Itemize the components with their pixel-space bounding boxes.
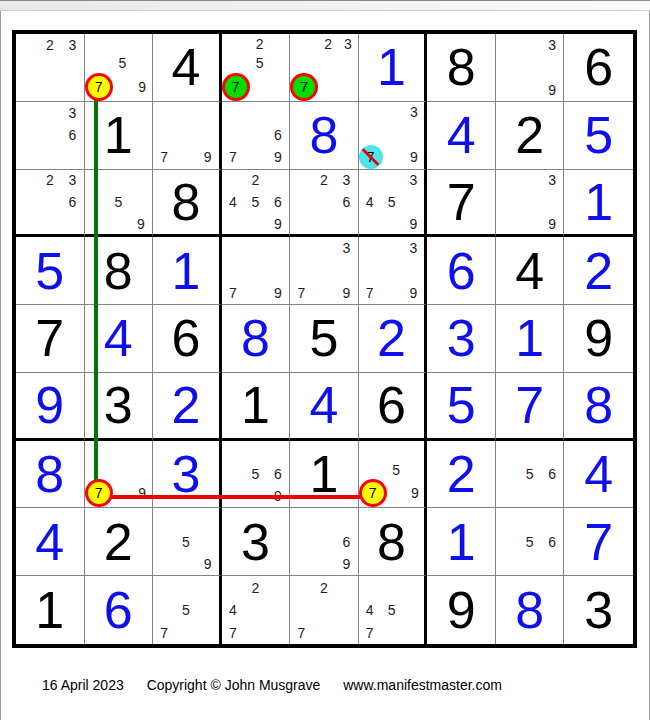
pencil-mark-7: 7 (290, 282, 313, 304)
pencil-mark-9: 9 (404, 145, 425, 169)
cell-value-given: 1 (104, 109, 133, 161)
pencil-grid: 59 (153, 508, 219, 575)
pencil-grid: 36 (16, 102, 84, 169)
cell-r2c7[interactable]: 4 (427, 102, 496, 170)
pencil-mark-9: 9 (197, 553, 219, 575)
pencil-grid: 237 (290, 34, 358, 101)
pencil-grid: 597 (85, 34, 153, 101)
cell-value-solved: 1 (377, 41, 406, 93)
cell-r6c1[interactable]: 9 (16, 373, 85, 441)
pencil-mark-5: 5 (244, 191, 267, 213)
cell-r4c8[interactable]: 4 (496, 237, 565, 305)
pencil-grid: 379 (359, 237, 425, 304)
cell-value-given: 6 (171, 312, 200, 364)
cell-value-given: 2 (515, 109, 544, 161)
pencil-mark-5: 5 (518, 531, 541, 553)
cell-r4c3[interactable]: 1 (153, 237, 222, 305)
cell-r7c8[interactable]: 56 (496, 441, 565, 509)
cell-r4c5[interactable]: 379 (290, 237, 359, 305)
cell-value-given: 1 (310, 448, 339, 500)
pencil-mark-3: 3 (402, 237, 424, 259)
pencil-grid: 56 (496, 508, 564, 575)
pencil-mark-2: 2 (39, 34, 62, 56)
pencil-mark-5: 5 (244, 463, 267, 485)
footer-copyright: Copyright © John Musgrave (147, 677, 321, 693)
cell-r1c4[interactable]: 257 (222, 34, 291, 102)
cell-r1c8[interactable]: 39 (496, 34, 565, 102)
pencil-mark-6: 6 (335, 531, 358, 553)
pencil-grid: 57 (153, 576, 219, 644)
pencil-mark-9: 9 (132, 479, 152, 507)
elimination-strike-icon (362, 148, 380, 166)
cell-r3c8[interactable]: 39 (496, 170, 565, 238)
cell-value-solved: 9 (35, 379, 64, 431)
cell-value-solved: 6 (104, 584, 133, 636)
cell-value-solved: 5 (447, 379, 476, 431)
cell-value-solved: 1 (171, 245, 200, 297)
eliminated-candidate-circle: 7 (359, 145, 383, 169)
pencil-mark-6: 6 (61, 191, 84, 213)
cell-value-solved: 5 (35, 245, 64, 297)
cell-value-solved: 7 (584, 516, 613, 568)
cell-value-given: 8 (447, 41, 476, 93)
pencil-mark-7: 7 (222, 282, 245, 304)
pencil-mark-9: 9 (130, 213, 153, 235)
pencil-mark-5: 5 (387, 460, 406, 479)
window-top-strip (0, 0, 650, 11)
cell-r7c6[interactable]: 597 (359, 441, 428, 509)
cell-r3c6[interactable]: 3459 (359, 170, 428, 238)
pencil-grid: 79 (153, 102, 219, 169)
cell-r8c1[interactable]: 4 (16, 508, 85, 576)
cell-r9c8[interactable]: 8 (496, 576, 565, 644)
cell-r9c6[interactable]: 457 (359, 576, 428, 644)
pencil-mark-9: 9 (267, 146, 290, 168)
cell-value-given: 1 (241, 379, 270, 431)
cell-r1c2[interactable]: 597 (85, 34, 154, 102)
pencil-grid: 236 (290, 170, 358, 235)
pencil-grid: 247 (222, 576, 290, 644)
cell-value-solved: 1 (447, 516, 476, 568)
cell-r4c4[interactable]: 79 (222, 237, 291, 305)
pencil-mark-6: 6 (335, 191, 358, 213)
cell-r8c5[interactable]: 69 (290, 508, 359, 576)
cell-value-solved: 8 (35, 448, 64, 500)
pencil-mark-6: 6 (61, 124, 84, 146)
cell-value-solved: 8 (584, 379, 613, 431)
footer-website-link[interactable]: www.manifestmaster.com (343, 677, 502, 693)
cell-r2c3[interactable]: 79 (153, 102, 222, 170)
pencil-grid: 379 (290, 237, 358, 304)
pencil-grid: 79 (222, 237, 290, 304)
cell-r9c4[interactable]: 247 (222, 576, 291, 644)
pencil-grid: 27 (290, 576, 358, 644)
cell-r6c9[interactable]: 8 (564, 373, 633, 441)
cell-r9c1[interactable]: 1 (16, 576, 85, 644)
cell-value-given: 3 (584, 584, 613, 636)
pencil-mark-3: 3 (335, 170, 358, 192)
cell-r5c6[interactable]: 2 (359, 305, 428, 373)
pencil-grid: 236 (16, 170, 84, 235)
cell-r2c6[interactable]: 397 (359, 102, 428, 170)
pencil-mark-7: 7 (153, 146, 175, 168)
chain-link-red-line (96, 495, 370, 499)
pencil-mark-6: 6 (267, 191, 290, 213)
pencil-mark-3: 3 (61, 102, 84, 124)
pencil-grid: 457 (359, 576, 425, 644)
pencil-mark-7: 7 (290, 621, 313, 644)
pencil-mark-2: 2 (244, 576, 267, 599)
pencil-mark-5: 5 (113, 53, 133, 72)
cell-value-solved: 4 (310, 379, 339, 431)
pencil-mark-4: 4 (222, 191, 245, 213)
pencil-mark-4: 4 (359, 191, 381, 213)
cell-r2c8[interactable]: 2 (496, 102, 565, 170)
cell-value-solved: 2 (447, 448, 476, 500)
cell-value-solved: 2 (171, 379, 200, 431)
pencil-mark-5: 5 (175, 599, 197, 622)
pencil-mark-3: 3 (61, 34, 84, 56)
cell-value-given: 9 (447, 584, 476, 636)
cell-r5c3[interactable]: 6 (153, 305, 222, 373)
cell-value-given: 3 (104, 379, 133, 431)
cell-r1c9[interactable]: 6 (564, 34, 633, 102)
cell-r4c7[interactable]: 6 (427, 237, 496, 305)
pencil-mark-5: 5 (175, 531, 197, 553)
pencil-grid: 679 (222, 102, 290, 169)
cell-value-given: 2 (104, 516, 133, 568)
pencil-grid: 257 (222, 34, 290, 101)
cell-r6c7[interactable]: 5 (427, 373, 496, 441)
cell-r6c5[interactable]: 4 (290, 373, 359, 441)
cell-value-solved: 4 (447, 109, 476, 161)
cell-value-given: 8 (377, 516, 406, 568)
cell-value-given: 6 (584, 41, 613, 93)
pencil-grid: 39 (496, 34, 564, 101)
cell-value-solved: 8 (310, 109, 339, 161)
cell-r8c8[interactable]: 56 (496, 508, 565, 576)
pencil-grid: 23 (16, 34, 84, 101)
cell-r8c9[interactable]: 7 (564, 508, 633, 576)
pencil-mark-9: 9 (335, 282, 358, 304)
cell-r8c3[interactable]: 59 (153, 508, 222, 576)
cell-value-solved: 1 (584, 176, 613, 228)
cell-r5c5[interactable]: 5 (290, 305, 359, 373)
cell-value-given: 1 (35, 584, 64, 636)
cell-r1c1[interactable]: 23 (16, 34, 85, 102)
cell-r6c6[interactable]: 6 (359, 373, 428, 441)
green-candidate-circle: 7 (290, 73, 318, 101)
pencil-mark-7: 7 (359, 282, 381, 304)
cell-value-given: 9 (584, 312, 613, 364)
cell-value-solved: 3 (447, 312, 476, 364)
cell-value-solved: 6 (447, 245, 476, 297)
pencil-mark-7: 7 (222, 146, 245, 168)
cell-value-given: 7 (447, 176, 476, 228)
cell-value-solved: 2 (377, 312, 406, 364)
cell-r8c7[interactable]: 1 (427, 508, 496, 576)
cell-r8c6[interactable]: 8 (359, 508, 428, 576)
sudoku-board: 2359742572371839636179679839742523659824… (12, 30, 637, 648)
cell-r8c2[interactable]: 2 (85, 508, 154, 576)
pencil-mark-3: 3 (404, 102, 425, 123)
pencil-mark-7: 7 (153, 621, 175, 644)
pencil-mark-3: 3 (335, 237, 358, 259)
footer-date: 16 April 2023 (42, 677, 124, 693)
cell-value-solved: 4 (104, 312, 133, 364)
cell-r9c7[interactable]: 9 (427, 576, 496, 644)
pencil-mark-9: 9 (406, 479, 425, 507)
cell-r2c4[interactable]: 679 (222, 102, 291, 170)
cell-value-solved: 2 (584, 245, 613, 297)
footer: 16 April 2023 Copyright © John Musgrave … (42, 677, 521, 693)
pencil-grid: 39 (496, 170, 564, 235)
cell-r5c8[interactable]: 1 (496, 305, 565, 373)
cell-value-given: 3 (241, 516, 270, 568)
cell-r3c7[interactable]: 7 (427, 170, 496, 238)
pencil-mark-6: 6 (267, 463, 290, 485)
cell-value-given: 7 (35, 312, 64, 364)
pencil-mark-6: 6 (267, 124, 290, 146)
pencil-mark-9: 9 (541, 213, 564, 235)
pencil-mark-9: 9 (197, 146, 219, 168)
cell-value-solved: 3 (171, 448, 200, 500)
cell-r6c8[interactable]: 7 (496, 373, 565, 441)
pencil-mark-3: 3 (338, 34, 358, 53)
pencil-mark-3: 3 (402, 170, 424, 192)
cell-r1c3[interactable]: 4 (153, 34, 222, 102)
pencil-mark-5: 5 (518, 463, 541, 485)
pencil-grid: 69 (290, 508, 358, 575)
cell-r9c9[interactable]: 3 (564, 576, 633, 644)
pencil-mark-5: 5 (381, 191, 403, 213)
cell-value-solved: 4 (584, 448, 613, 500)
cell-r4c6[interactable]: 379 (359, 237, 428, 305)
cell-r7c9[interactable]: 4 (564, 441, 633, 509)
cell-r9c2[interactable]: 6 (85, 576, 154, 644)
pencil-grid: 597 (359, 441, 425, 508)
cell-r3c4[interactable]: 24569 (222, 170, 291, 238)
cell-r6c4[interactable]: 1 (222, 373, 291, 441)
pencil-mark-9: 9 (267, 213, 290, 235)
cell-r5c7[interactable]: 3 (427, 305, 496, 373)
cell-value-solved: 7 (515, 379, 544, 431)
pencil-grid: 3459 (359, 170, 425, 235)
pencil-mark-9: 9 (402, 282, 424, 304)
cell-r7c7[interactable]: 2 (427, 441, 496, 509)
chain-link-green-line (94, 90, 98, 497)
pencil-mark-2: 2 (250, 34, 270, 53)
cell-r8c4[interactable]: 3 (222, 508, 291, 576)
cell-r3c5[interactable]: 236 (290, 170, 359, 238)
pencil-mark-9: 9 (132, 73, 152, 101)
cell-value-solved: 5 (584, 109, 613, 161)
cell-value-solved: 8 (515, 584, 544, 636)
pencil-mark-9: 9 (402, 213, 424, 235)
cell-r5c9[interactable]: 9 (564, 305, 633, 373)
pencil-mark-5: 5 (107, 191, 130, 213)
cell-r5c1[interactable]: 7 (16, 305, 85, 373)
yellow-candidate-circle: 7 (85, 479, 113, 507)
cell-r3c3[interactable]: 8 (153, 170, 222, 238)
cell-value-given: 5 (310, 312, 339, 364)
pencil-mark-3: 3 (541, 34, 564, 56)
pencil-mark-3: 3 (541, 170, 564, 192)
cell-r2c1[interactable]: 36 (16, 102, 85, 170)
pencil-mark-7: 7 (359, 621, 381, 644)
pencil-grid: 397 (359, 102, 425, 169)
pencil-grid: 56 (496, 441, 564, 508)
cell-r4c9[interactable]: 2 (564, 237, 633, 305)
yellow-candidate-circle: 7 (85, 73, 113, 101)
cell-value-given: 6 (377, 379, 406, 431)
pencil-mark-9: 9 (335, 553, 358, 575)
pencil-mark-9: 9 (541, 79, 564, 101)
cell-r1c5[interactable]: 237 (290, 34, 359, 102)
cell-value-given: 8 (104, 245, 133, 297)
cell-r9c3[interactable]: 57 (153, 576, 222, 644)
cell-r5c4[interactable]: 8 (222, 305, 291, 373)
cell-value-solved: 4 (35, 516, 64, 568)
cell-r2c9[interactable]: 5 (564, 102, 633, 170)
pencil-mark-3: 3 (61, 170, 84, 192)
pencil-grid: 24569 (222, 170, 290, 235)
cell-r2c5[interactable]: 8 (290, 102, 359, 170)
yellow-candidate-circle: 7 (359, 479, 387, 507)
pencil-mark-6: 6 (541, 531, 564, 553)
cell-r9c5[interactable]: 27 (290, 576, 359, 644)
green-candidate-circle: 7 (222, 73, 250, 101)
pencil-mark-7: 7 (222, 621, 245, 644)
cell-r7c1[interactable]: 8 (16, 441, 85, 509)
pencil-mark-2: 2 (244, 170, 267, 192)
cell-r6c3[interactable]: 2 (153, 373, 222, 441)
pencil-mark-2: 2 (318, 34, 338, 53)
pencil-mark-2: 2 (313, 576, 336, 599)
cell-value-given: 4 (171, 41, 200, 93)
cell-r1c6[interactable]: 1 (359, 34, 428, 102)
cell-r3c9[interactable]: 1 (564, 170, 633, 238)
pencil-mark-4: 4 (222, 599, 245, 622)
cell-r4c1[interactable]: 5 (16, 237, 85, 305)
pencil-mark-5: 5 (381, 599, 403, 622)
cell-value-solved: 1 (515, 312, 544, 364)
cell-value-given: 8 (171, 176, 200, 228)
pencil-mark-4: 4 (359, 599, 381, 622)
pencil-mark-5: 5 (250, 53, 270, 72)
cell-value-solved: 8 (241, 312, 270, 364)
pencil-mark-6: 6 (541, 463, 564, 485)
cell-r1c7[interactable]: 8 (427, 34, 496, 102)
pencil-mark-2: 2 (313, 170, 336, 192)
cell-value-given: 4 (515, 245, 544, 297)
cell-r3c1[interactable]: 236 (16, 170, 85, 238)
pencil-mark-9: 9 (267, 282, 290, 304)
pencil-mark-2: 2 (39, 170, 62, 192)
